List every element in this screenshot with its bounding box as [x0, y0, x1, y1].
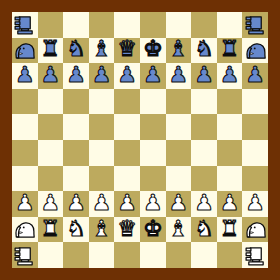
piece-black-rook[interactable]: ♜ — [41, 38, 61, 60]
square-c3[interactable]: ♟ — [63, 191, 89, 217]
piece-black-pawn[interactable]: ♟ — [143, 64, 163, 86]
piece-black-pawn[interactable]: ♟ — [66, 64, 86, 86]
square-e6[interactable] — [114, 114, 140, 140]
square-e10[interactable] — [114, 12, 140, 38]
square-e5[interactable] — [114, 140, 140, 166]
square-c8[interactable]: ♟ — [63, 63, 89, 89]
square-f8[interactable]: ♟ — [140, 63, 166, 89]
piece-black-bishop[interactable]: ♝ — [169, 38, 189, 60]
board: ♜♞♝♛♚♝♞♜ ♟♟♟♟♟♟♟♟♟♟♟♟♟♟♟♟♟♟♟♟ ♜♞♝♛♚♝♞♜ — [12, 12, 268, 268]
square-j7[interactable] — [242, 89, 268, 115]
square-i3[interactable]: ♟ — [217, 191, 243, 217]
piece-white-king[interactable]: ♚ — [143, 218, 163, 240]
piece-black-pawn[interactable]: ♟ — [15, 64, 35, 86]
piece-white-cannon[interactable] — [244, 244, 267, 267]
square-d7[interactable] — [89, 89, 115, 115]
piece-white-pawn[interactable]: ♟ — [66, 192, 86, 214]
piece-black-cannon[interactable] — [13, 13, 36, 36]
square-i6[interactable] — [217, 114, 243, 140]
square-e9[interactable]: ♛ — [114, 38, 140, 64]
piece-white-pawn[interactable]: ♟ — [92, 192, 112, 214]
square-a1[interactable] — [12, 242, 38, 268]
square-g6[interactable] — [166, 114, 192, 140]
square-j10[interactable] — [242, 12, 268, 38]
piece-black-pawn[interactable]: ♟ — [220, 64, 240, 86]
square-b4[interactable] — [38, 166, 64, 192]
square-d10[interactable] — [89, 12, 115, 38]
piece-black-queen[interactable]: ♛ — [117, 38, 137, 60]
square-j8[interactable]: ♟ — [242, 63, 268, 89]
piece-white-rook[interactable]: ♜ — [41, 218, 61, 240]
square-j9[interactable] — [242, 38, 268, 64]
square-a3[interactable]: ♟ — [12, 191, 38, 217]
square-j5[interactable] — [242, 140, 268, 166]
square-b8[interactable]: ♟ — [38, 63, 64, 89]
piece-black-elephant[interactable] — [244, 39, 267, 62]
square-f3[interactable]: ♟ — [140, 191, 166, 217]
square-f10[interactable] — [140, 12, 166, 38]
square-a7[interactable] — [12, 89, 38, 115]
square-i5[interactable] — [217, 140, 243, 166]
piece-white-pawn[interactable]: ♟ — [220, 192, 240, 214]
piece-black-pawn[interactable]: ♟ — [92, 64, 112, 86]
square-d9[interactable]: ♝ — [89, 38, 115, 64]
square-c9[interactable]: ♞ — [63, 38, 89, 64]
square-h6[interactable] — [191, 114, 217, 140]
square-h5[interactable] — [191, 140, 217, 166]
piece-black-knight[interactable]: ♞ — [66, 38, 86, 60]
shako-board-screenshot: ♜♞♝♛♚♝♞♜ ♟♟♟♟♟♟♟♟♟♟♟♟♟♟♟♟♟♟♟♟ ♜♞♝♛♚♝♞♜ — [0, 0, 280, 280]
square-a9[interactable] — [12, 38, 38, 64]
square-c6[interactable] — [63, 114, 89, 140]
piece-white-rook[interactable]: ♜ — [220, 218, 240, 240]
piece-black-pawn[interactable]: ♟ — [245, 64, 265, 86]
square-f5[interactable] — [140, 140, 166, 166]
piece-white-pawn[interactable]: ♟ — [15, 192, 35, 214]
square-d1[interactable] — [89, 242, 115, 268]
square-c4[interactable] — [63, 166, 89, 192]
square-i2[interactable]: ♜ — [217, 217, 243, 243]
piece-black-knight[interactable]: ♞ — [194, 38, 214, 60]
piece-white-pawn[interactable]: ♟ — [117, 192, 137, 214]
piece-white-pawn[interactable]: ♟ — [169, 192, 189, 214]
square-h9[interactable]: ♞ — [191, 38, 217, 64]
square-b5[interactable] — [38, 140, 64, 166]
square-e3[interactable]: ♟ — [114, 191, 140, 217]
square-f9[interactable]: ♚ — [140, 38, 166, 64]
square-g1[interactable] — [166, 242, 192, 268]
square-c7[interactable] — [63, 89, 89, 115]
square-b6[interactable] — [38, 114, 64, 140]
piece-black-bishop[interactable]: ♝ — [92, 38, 112, 60]
square-j2[interactable] — [242, 217, 268, 243]
piece-black-pawn[interactable]: ♟ — [169, 64, 189, 86]
piece-black-elephant[interactable] — [13, 39, 36, 62]
piece-white-knight[interactable]: ♞ — [66, 218, 86, 240]
piece-white-pawn[interactable]: ♟ — [143, 192, 163, 214]
square-j3[interactable]: ♟ — [242, 191, 268, 217]
square-g3[interactable]: ♟ — [166, 191, 192, 217]
square-i8[interactable]: ♟ — [217, 63, 243, 89]
piece-white-cannon[interactable] — [13, 244, 36, 267]
piece-white-elephant[interactable] — [13, 218, 36, 241]
piece-white-pawn[interactable]: ♟ — [245, 192, 265, 214]
square-g5[interactable] — [166, 140, 192, 166]
square-b7[interactable] — [38, 89, 64, 115]
square-f2[interactable]: ♚ — [140, 217, 166, 243]
piece-white-knight[interactable]: ♞ — [194, 218, 214, 240]
piece-black-pawn[interactable]: ♟ — [194, 64, 214, 86]
piece-black-cannon[interactable] — [244, 13, 267, 36]
square-e4[interactable] — [114, 166, 140, 192]
square-g4[interactable] — [166, 166, 192, 192]
piece-white-bishop[interactable]: ♝ — [169, 218, 189, 240]
square-h3[interactable]: ♟ — [191, 191, 217, 217]
square-e1[interactable] — [114, 242, 140, 268]
square-f1[interactable] — [140, 242, 166, 268]
square-h2[interactable]: ♞ — [191, 217, 217, 243]
square-g10[interactable] — [166, 12, 192, 38]
piece-black-pawn[interactable]: ♟ — [117, 64, 137, 86]
square-f6[interactable] — [140, 114, 166, 140]
square-g2[interactable]: ♝ — [166, 217, 192, 243]
square-c10[interactable] — [63, 12, 89, 38]
square-i9[interactable]: ♜ — [217, 38, 243, 64]
piece-white-queen[interactable]: ♛ — [117, 218, 137, 240]
square-h7[interactable] — [191, 89, 217, 115]
piece-white-pawn[interactable]: ♟ — [41, 192, 61, 214]
piece-black-king[interactable]: ♚ — [143, 38, 163, 60]
square-g9[interactable]: ♝ — [166, 38, 192, 64]
piece-black-pawn[interactable]: ♟ — [41, 64, 61, 86]
square-a2[interactable] — [12, 217, 38, 243]
square-j6[interactable] — [242, 114, 268, 140]
square-d8[interactable]: ♟ — [89, 63, 115, 89]
piece-black-rook[interactable]: ♜ — [220, 38, 240, 60]
square-a8[interactable]: ♟ — [12, 63, 38, 89]
square-d3[interactable]: ♟ — [89, 191, 115, 217]
square-g8[interactable]: ♟ — [166, 63, 192, 89]
square-b9[interactable]: ♜ — [38, 38, 64, 64]
piece-white-bishop[interactable]: ♝ — [92, 218, 112, 240]
square-d6[interactable] — [89, 114, 115, 140]
square-b10[interactable] — [38, 12, 64, 38]
square-g7[interactable] — [166, 89, 192, 115]
square-d5[interactable] — [89, 140, 115, 166]
square-d4[interactable] — [89, 166, 115, 192]
piece-white-elephant[interactable] — [244, 218, 267, 241]
square-c1[interactable] — [63, 242, 89, 268]
square-a10[interactable] — [12, 12, 38, 38]
square-e2[interactable]: ♛ — [114, 217, 140, 243]
square-h10[interactable] — [191, 12, 217, 38]
square-c2[interactable]: ♞ — [63, 217, 89, 243]
square-j4[interactable] — [242, 166, 268, 192]
square-b2[interactable]: ♜ — [38, 217, 64, 243]
square-b1[interactable] — [38, 242, 64, 268]
square-f7[interactable] — [140, 89, 166, 115]
square-i7[interactable] — [217, 89, 243, 115]
square-h4[interactable] — [191, 166, 217, 192]
square-j1[interactable] — [242, 242, 268, 268]
square-f4[interactable] — [140, 166, 166, 192]
square-i10[interactable] — [217, 12, 243, 38]
square-i4[interactable] — [217, 166, 243, 192]
square-b3[interactable]: ♟ — [38, 191, 64, 217]
square-c5[interactable] — [63, 140, 89, 166]
square-h1[interactable] — [191, 242, 217, 268]
square-h8[interactable]: ♟ — [191, 63, 217, 89]
piece-white-pawn[interactable]: ♟ — [194, 192, 214, 214]
square-e8[interactable]: ♟ — [114, 63, 140, 89]
square-i1[interactable] — [217, 242, 243, 268]
square-d2[interactable]: ♝ — [89, 217, 115, 243]
square-a4[interactable] — [12, 166, 38, 192]
square-a6[interactable] — [12, 114, 38, 140]
square-e7[interactable] — [114, 89, 140, 115]
square-a5[interactable] — [12, 140, 38, 166]
